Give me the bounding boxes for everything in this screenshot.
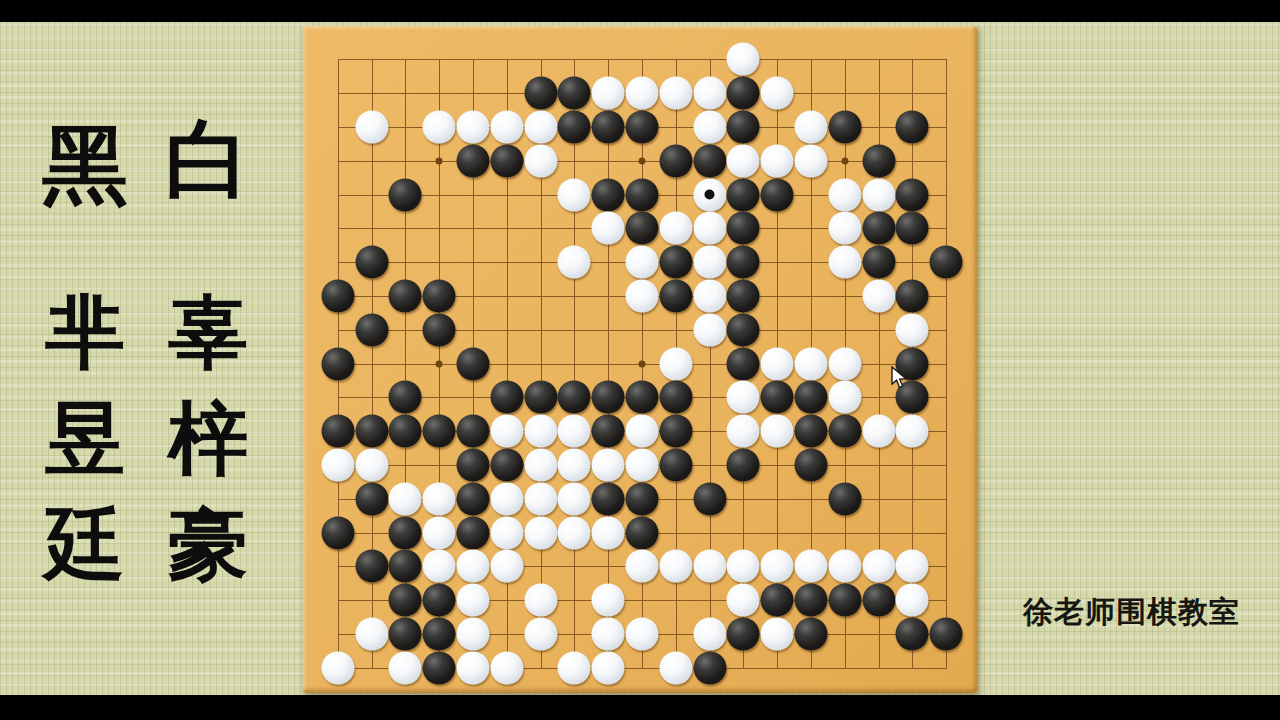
white-stone — [794, 144, 827, 177]
white-stone — [693, 212, 726, 245]
black-label-char: 黑 — [42, 117, 128, 213]
white-stone — [794, 550, 827, 583]
black-stone — [625, 178, 658, 211]
black-stone — [794, 617, 827, 650]
black-stone — [625, 516, 658, 549]
white-stone — [592, 584, 625, 617]
black-player-label: 黑 — [39, 122, 131, 208]
star-point — [841, 157, 848, 164]
black-stone — [558, 381, 591, 414]
white-stone — [761, 347, 794, 380]
white-stone — [828, 381, 861, 414]
black-stone — [896, 279, 929, 312]
black-stone — [625, 110, 658, 143]
white-stone — [727, 144, 760, 177]
white-stone — [423, 110, 456, 143]
white-stone — [693, 617, 726, 650]
grid-line — [946, 59, 947, 668]
white-label-char: 白 — [165, 111, 251, 207]
white-stone — [456, 617, 489, 650]
black-stone — [693, 144, 726, 177]
white-stone — [896, 584, 929, 617]
white-stone — [625, 279, 658, 312]
white-stone — [659, 212, 692, 245]
black-stone — [423, 584, 456, 617]
black-stone — [794, 448, 827, 481]
white-stone — [862, 550, 895, 583]
black-stone — [727, 246, 760, 279]
star-point — [436, 360, 443, 367]
white-stone — [727, 550, 760, 583]
white-stone — [761, 415, 794, 448]
black-stone — [794, 415, 827, 448]
black-stone — [389, 584, 422, 617]
white-stone — [761, 550, 794, 583]
white-stone — [389, 651, 422, 684]
black-stone — [592, 110, 625, 143]
white-stone — [389, 482, 422, 515]
star-point — [638, 360, 645, 367]
black-stone — [727, 617, 760, 650]
video-frame: 黑 芈昱廷 白 辜梓豪 徐老师围棋教室 — [0, 0, 1280, 720]
white-stone — [355, 448, 388, 481]
black-stone — [625, 381, 658, 414]
white-stone — [558, 415, 591, 448]
black-stone — [727, 178, 760, 211]
white-stone — [828, 550, 861, 583]
white-stone — [693, 313, 726, 346]
white-stone — [490, 110, 523, 143]
white-stone — [524, 584, 557, 617]
star-point — [436, 157, 443, 164]
black-stone — [558, 77, 591, 110]
white-stone — [828, 347, 861, 380]
black-stone — [659, 144, 692, 177]
white-stone — [490, 651, 523, 684]
white-stone — [659, 347, 692, 380]
white-stone — [659, 77, 692, 110]
white-stone — [693, 77, 726, 110]
black-player-name: 芈昱廷 — [39, 280, 131, 598]
white-stone — [727, 43, 760, 76]
black-stone — [896, 110, 929, 143]
black-stone — [524, 77, 557, 110]
bottom-letterbox-bar — [0, 695, 1280, 720]
black-stone — [727, 347, 760, 380]
black-stone — [355, 415, 388, 448]
black-stone — [389, 381, 422, 414]
black-stone — [389, 415, 422, 448]
white-stone — [456, 651, 489, 684]
black-stone — [659, 415, 692, 448]
black-stone — [727, 279, 760, 312]
black-stone — [862, 212, 895, 245]
white-stone — [355, 617, 388, 650]
black-stone — [693, 651, 726, 684]
black-stone — [423, 279, 456, 312]
black-stone — [727, 212, 760, 245]
black-stone — [828, 584, 861, 617]
white-stone — [456, 110, 489, 143]
watermark-text: 徐老师围棋教室 — [1023, 592, 1240, 633]
white-stone — [456, 550, 489, 583]
black-stone — [659, 246, 692, 279]
black-stone — [321, 279, 354, 312]
black-stone — [389, 178, 422, 211]
black-stone — [862, 584, 895, 617]
go-board[interactable] — [303, 26, 977, 693]
black-stone — [355, 482, 388, 515]
black-stone — [389, 550, 422, 583]
white-stone — [896, 550, 929, 583]
black-stone — [693, 482, 726, 515]
mouse-cursor-icon — [891, 366, 913, 394]
black-stone — [490, 448, 523, 481]
white-stone — [625, 415, 658, 448]
white-stone — [659, 651, 692, 684]
white-stone — [828, 178, 861, 211]
white-stone — [558, 651, 591, 684]
black-stone — [490, 381, 523, 414]
white-stone — [659, 550, 692, 583]
white-stone — [761, 617, 794, 650]
black-stone — [321, 347, 354, 380]
white-stone — [896, 313, 929, 346]
black-stone — [794, 381, 827, 414]
black-stone — [423, 415, 456, 448]
black-stone — [456, 415, 489, 448]
black-stone — [761, 381, 794, 414]
black-stone — [761, 584, 794, 617]
white-stone — [592, 448, 625, 481]
white-stone — [592, 516, 625, 549]
star-point — [638, 157, 645, 164]
black-stone — [524, 381, 557, 414]
white-stone — [862, 279, 895, 312]
black-stone — [761, 178, 794, 211]
black-stone — [423, 651, 456, 684]
black-stone — [423, 313, 456, 346]
black-stone — [727, 448, 760, 481]
white-stone — [490, 482, 523, 515]
black-stone — [592, 381, 625, 414]
white-stone — [321, 651, 354, 684]
white-stone — [321, 448, 354, 481]
white-stone — [625, 550, 658, 583]
black-stone — [456, 448, 489, 481]
white-stone — [524, 482, 557, 515]
black-stone — [727, 77, 760, 110]
black-stone — [625, 482, 658, 515]
white-stone — [592, 651, 625, 684]
white-stone — [828, 212, 861, 245]
white-stone — [592, 77, 625, 110]
black-stone — [930, 246, 963, 279]
white-player-name: 辜梓豪 — [162, 280, 254, 598]
white-stone — [794, 347, 827, 380]
black-stone — [389, 279, 422, 312]
black-stone — [355, 313, 388, 346]
white-stone — [727, 415, 760, 448]
black-stone — [321, 415, 354, 448]
white-stone — [625, 617, 658, 650]
white-stone — [524, 110, 557, 143]
black-stone — [456, 516, 489, 549]
white-stone — [896, 415, 929, 448]
white-stone — [862, 178, 895, 211]
black-stone — [862, 144, 895, 177]
black-stone — [896, 212, 929, 245]
black-stone — [930, 617, 963, 650]
white-stone — [625, 77, 658, 110]
black-stone — [389, 516, 422, 549]
white-stone — [862, 415, 895, 448]
white-stone — [558, 246, 591, 279]
white-stone — [558, 448, 591, 481]
black-stone — [456, 347, 489, 380]
white-stone — [693, 550, 726, 583]
black-stone — [592, 415, 625, 448]
white-stone — [693, 246, 726, 279]
black-stone — [659, 279, 692, 312]
black-stone — [592, 178, 625, 211]
black-stone — [321, 516, 354, 549]
white-stone — [490, 516, 523, 549]
black-stone — [355, 550, 388, 583]
black-stone — [490, 144, 523, 177]
black-stone — [727, 313, 760, 346]
white-stone — [558, 516, 591, 549]
white-stone — [558, 178, 591, 211]
black-stone — [794, 584, 827, 617]
black-stone — [828, 110, 861, 143]
white-stone — [490, 415, 523, 448]
white-stone — [625, 448, 658, 481]
black-stone — [896, 178, 929, 211]
white-stone — [625, 246, 658, 279]
black-stone — [659, 448, 692, 481]
white-stone — [456, 584, 489, 617]
white-stone — [592, 617, 625, 650]
white-stone — [727, 584, 760, 617]
white-stone — [524, 448, 557, 481]
white-stone — [490, 550, 523, 583]
white-stone — [693, 110, 726, 143]
white-stone — [794, 110, 827, 143]
white-stone — [592, 212, 625, 245]
black-stone — [456, 144, 489, 177]
black-stone — [828, 482, 861, 515]
white-stone — [355, 110, 388, 143]
white-stone — [761, 77, 794, 110]
top-letterbox-bar — [0, 0, 1280, 22]
black-stone — [862, 246, 895, 279]
black-stone — [456, 482, 489, 515]
marked-white-stone — [693, 178, 726, 211]
black-stone — [727, 110, 760, 143]
black-stone — [828, 415, 861, 448]
black-stone — [558, 110, 591, 143]
white-stone — [558, 482, 591, 515]
white-stone — [524, 516, 557, 549]
white-stone — [423, 482, 456, 515]
white-stone — [828, 246, 861, 279]
black-stone — [592, 482, 625, 515]
black-stone — [625, 212, 658, 245]
white-stone — [423, 550, 456, 583]
white-stone — [524, 415, 557, 448]
white-stone — [423, 516, 456, 549]
white-stone — [524, 617, 557, 650]
white-stone — [524, 144, 557, 177]
white-stone — [693, 279, 726, 312]
black-stone — [659, 381, 692, 414]
white-stone — [727, 381, 760, 414]
black-stone — [896, 617, 929, 650]
white-stone — [761, 144, 794, 177]
black-stone — [423, 617, 456, 650]
black-stone — [355, 246, 388, 279]
white-player-label: 白 — [162, 116, 254, 202]
last-move-marker — [705, 190, 715, 200]
black-stone — [389, 617, 422, 650]
